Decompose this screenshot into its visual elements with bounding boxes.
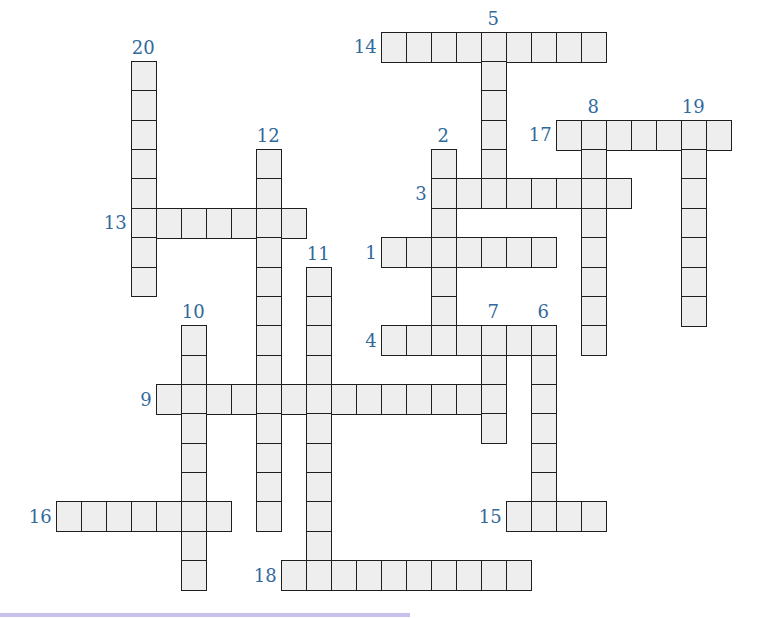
crossword-cell[interactable] <box>481 178 508 209</box>
crossword-cell[interactable] <box>581 208 608 239</box>
crossword-cell[interactable] <box>481 32 508 63</box>
crossword-cell[interactable] <box>381 32 408 63</box>
crossword-cell[interactable] <box>481 61 508 92</box>
crossword-cell[interactable] <box>181 531 208 562</box>
crossword-cell[interactable] <box>431 178 458 209</box>
crossword-cell[interactable] <box>456 325 483 356</box>
crossword-cell[interactable] <box>306 443 333 474</box>
crossword-cell[interactable] <box>181 560 208 591</box>
crossword-cell[interactable] <box>456 560 483 591</box>
clue-number-label-17: 17 <box>518 125 552 145</box>
crossword-cell[interactable] <box>531 443 558 474</box>
crossword-cell[interactable] <box>531 413 558 444</box>
crossword-cell[interactable] <box>506 560 533 591</box>
crossword-cell[interactable] <box>381 237 408 268</box>
crossword-cell[interactable] <box>406 237 433 268</box>
crossword-cell[interactable] <box>256 413 283 444</box>
crossword-cell[interactable] <box>506 325 533 356</box>
crossword-cell[interactable] <box>606 178 633 209</box>
crossword-cell[interactable] <box>481 560 508 591</box>
clue-number-label-8: 8 <box>576 97 610 117</box>
crossword-cell[interactable] <box>456 32 483 63</box>
crossword-cell[interactable] <box>256 208 283 239</box>
crossword-cell[interactable] <box>531 178 558 209</box>
crossword-cell[interactable] <box>681 296 708 327</box>
crossword-cell[interactable] <box>181 472 208 503</box>
crossword-cell[interactable] <box>306 560 333 591</box>
crossword-cell[interactable] <box>231 384 258 415</box>
crossword-cell[interactable] <box>381 560 408 591</box>
crossword-cell[interactable] <box>256 443 283 474</box>
crossword-cell[interactable] <box>431 384 458 415</box>
clue-number-label-7: 7 <box>476 302 510 322</box>
crossword-cell[interactable] <box>306 531 333 562</box>
crossword-cell[interactable] <box>156 384 183 415</box>
crossword-cell[interactable] <box>431 296 458 327</box>
crossword-cell[interactable] <box>56 501 83 532</box>
crossword-cell[interactable] <box>531 384 558 415</box>
crossword-cell[interactable] <box>506 501 533 532</box>
crossword-cell[interactable] <box>681 149 708 180</box>
crossword-cell[interactable] <box>481 120 508 151</box>
clue-number-label-1: 1 <box>343 243 377 263</box>
clue-number-label-11: 11 <box>301 244 335 264</box>
crossword-cell[interactable] <box>256 355 283 386</box>
crossword-cell[interactable] <box>406 325 433 356</box>
crossword-cell[interactable] <box>481 90 508 121</box>
clue-number-label-2: 2 <box>426 126 460 146</box>
crossword-cell[interactable] <box>556 501 583 532</box>
clue-number-label-4: 4 <box>343 331 377 351</box>
clue-number-label-10: 10 <box>176 302 210 322</box>
clue-number-label-5: 5 <box>476 9 510 29</box>
crossword-cell[interactable] <box>131 149 158 180</box>
crossword-cell[interactable] <box>206 384 233 415</box>
crossword-cell[interactable] <box>481 413 508 444</box>
crossword-cell[interactable] <box>456 178 483 209</box>
crossword-cell[interactable] <box>531 237 558 268</box>
crossword-cell[interactable] <box>81 501 108 532</box>
crossword-cell[interactable] <box>306 267 333 298</box>
crossword-cell[interactable] <box>256 178 283 209</box>
crossword-cell[interactable] <box>531 325 558 356</box>
clue-number-label-6: 6 <box>526 302 560 322</box>
crossword-cell[interactable] <box>481 237 508 268</box>
crossword-cell[interactable] <box>306 355 333 386</box>
crossword-cell[interactable] <box>156 208 183 239</box>
crossword-cell[interactable] <box>681 267 708 298</box>
crossword-cell[interactable] <box>331 560 358 591</box>
crossword-cell[interactable] <box>481 384 508 415</box>
clue-number-label-19: 19 <box>676 97 710 117</box>
crossword-cell[interactable] <box>131 237 158 268</box>
crossword-cell[interactable] <box>431 237 458 268</box>
crossword-cell[interactable] <box>431 325 458 356</box>
crossword-cell[interactable] <box>506 237 533 268</box>
crossword-cell[interactable] <box>581 237 608 268</box>
crossword-cell[interactable] <box>156 501 183 532</box>
crossword-cell[interactable] <box>181 501 208 532</box>
crossword-cell[interactable] <box>181 384 208 415</box>
clue-number-label-15: 15 <box>468 507 502 527</box>
crossword-cell[interactable] <box>306 472 333 503</box>
crossword-cell[interactable] <box>256 296 283 327</box>
crossword-cell[interactable] <box>181 443 208 474</box>
crossword-cell[interactable] <box>306 413 333 444</box>
clue-number-label-12: 12 <box>251 126 285 146</box>
crossword-cell[interactable] <box>281 384 308 415</box>
crossword-board: 1452017819122313111104769161518 <box>0 0 770 618</box>
crossword-cell[interactable] <box>406 384 433 415</box>
crossword-cell[interactable] <box>256 237 283 268</box>
crossword-cell[interactable] <box>306 325 333 356</box>
crossword-cell[interactable] <box>481 325 508 356</box>
crossword-cell[interactable] <box>556 120 583 151</box>
crossword-cell[interactable] <box>431 149 458 180</box>
crossword-cell[interactable] <box>306 501 333 532</box>
crossword-cell[interactable] <box>631 120 658 151</box>
footer-divider-line <box>0 613 410 617</box>
crossword-cell[interactable] <box>181 208 208 239</box>
crossword-cell[interactable] <box>456 384 483 415</box>
crossword-cell[interactable] <box>131 90 158 121</box>
crossword-cell[interactable] <box>531 32 558 63</box>
crossword-cell[interactable] <box>431 267 458 298</box>
clue-number-label-18: 18 <box>243 566 277 586</box>
crossword-cell[interactable] <box>556 178 583 209</box>
crossword-cell[interactable] <box>256 325 283 356</box>
crossword-cell[interactable] <box>681 237 708 268</box>
crossword-cell[interactable] <box>106 501 133 532</box>
crossword-cell[interactable] <box>406 32 433 63</box>
crossword-cell[interactable] <box>581 178 608 209</box>
crossword-cell[interactable] <box>256 472 283 503</box>
crossword-cell[interactable] <box>581 267 608 298</box>
crossword-cell[interactable] <box>281 208 308 239</box>
crossword-cell[interactable] <box>256 384 283 415</box>
crossword-cell[interactable] <box>606 120 633 151</box>
crossword-cell[interactable] <box>506 178 533 209</box>
crossword-cell[interactable] <box>181 413 208 444</box>
crossword-cell[interactable] <box>381 325 408 356</box>
crossword-cell[interactable] <box>356 384 383 415</box>
crossword-cell[interactable] <box>581 501 608 532</box>
crossword-cell[interactable] <box>131 61 158 92</box>
crossword-cell[interactable] <box>431 208 458 239</box>
crossword-cell[interactable] <box>281 560 308 591</box>
crossword-cell[interactable] <box>531 355 558 386</box>
crossword-cell[interactable] <box>181 355 208 386</box>
crossword-cell[interactable] <box>206 208 233 239</box>
crossword-cell[interactable] <box>681 120 708 151</box>
crossword-cell[interactable] <box>506 32 533 63</box>
crossword-cell[interactable] <box>131 178 158 209</box>
crossword-cell[interactable] <box>206 501 233 532</box>
crossword-cell[interactable] <box>431 32 458 63</box>
crossword-cell[interactable] <box>681 178 708 209</box>
crossword-cell[interactable] <box>356 560 383 591</box>
crossword-cell[interactable] <box>306 384 333 415</box>
crossword-cell[interactable] <box>531 501 558 532</box>
crossword-cell[interactable] <box>481 355 508 386</box>
crossword-cell[interactable] <box>306 296 333 327</box>
crossword-cell[interactable] <box>581 32 608 63</box>
crossword-cell[interactable] <box>581 120 608 151</box>
crossword-cell[interactable] <box>581 325 608 356</box>
crossword-cell[interactable] <box>131 120 158 151</box>
clue-number-label-3: 3 <box>393 184 427 204</box>
crossword-cell[interactable] <box>331 384 358 415</box>
crossword-cell[interactable] <box>406 560 433 591</box>
crossword-cell[interactable] <box>256 267 283 298</box>
crossword-cell[interactable] <box>131 501 158 532</box>
crossword-cell[interactable] <box>681 208 708 239</box>
clue-number-label-16: 16 <box>18 507 52 527</box>
crossword-cell[interactable] <box>131 208 158 239</box>
crossword-cell[interactable] <box>181 325 208 356</box>
crossword-cell[interactable] <box>431 560 458 591</box>
clue-number-label-13: 13 <box>93 213 127 233</box>
crossword-cell[interactable] <box>456 237 483 268</box>
crossword-cell[interactable] <box>231 208 258 239</box>
crossword-cell[interactable] <box>706 120 733 151</box>
clue-number-label-9: 9 <box>118 390 152 410</box>
clue-number-label-20: 20 <box>126 38 160 58</box>
crossword-cell[interactable] <box>131 267 158 298</box>
crossword-cell[interactable] <box>581 296 608 327</box>
crossword-cell[interactable] <box>256 501 283 532</box>
crossword-cell[interactable] <box>481 149 508 180</box>
crossword-cell[interactable] <box>381 384 408 415</box>
crossword-cell[interactable] <box>581 149 608 180</box>
clue-number-label-14: 14 <box>343 37 377 57</box>
crossword-cell[interactable] <box>256 149 283 180</box>
crossword-cell[interactable] <box>656 120 683 151</box>
crossword-cell[interactable] <box>531 472 558 503</box>
crossword-cell[interactable] <box>556 32 583 63</box>
